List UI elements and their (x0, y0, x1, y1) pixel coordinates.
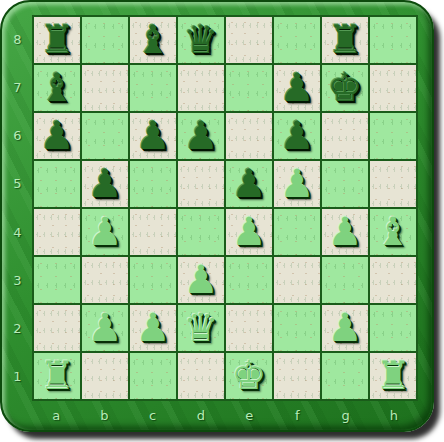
piece-black-pawn[interactable]: ♟ (88, 161, 123, 207)
square-e2[interactable] (226, 305, 272, 351)
square-b3[interactable] (82, 257, 128, 303)
square-b8[interactable] (82, 17, 128, 63)
square-d6[interactable]: ♟ (178, 113, 224, 159)
piece-white-rook[interactable]: ♜ (40, 353, 75, 399)
square-b1[interactable] (82, 353, 128, 399)
square-f1[interactable] (274, 353, 320, 399)
square-d3[interactable]: ♟ (178, 257, 224, 303)
piece-black-pawn[interactable]: ♟ (40, 113, 75, 159)
piece-black-king[interactable]: ♚ (328, 65, 363, 111)
rank-label-8: 8 (3, 15, 32, 63)
square-e7[interactable] (226, 65, 272, 111)
piece-black-rook[interactable]: ♜ (328, 17, 363, 63)
file-labels: abcdefgh (32, 402, 418, 428)
piece-white-king[interactable]: ♚ (232, 353, 267, 399)
piece-white-rook[interactable]: ♜ (376, 353, 411, 399)
square-h6[interactable] (370, 113, 416, 159)
square-h5[interactable] (370, 161, 416, 207)
square-c2[interactable]: ♟ (130, 305, 176, 351)
square-f4[interactable] (274, 209, 320, 255)
rank-label-4: 4 (3, 208, 32, 256)
rank-label-6: 6 (3, 112, 32, 160)
piece-white-bishop[interactable]: ♝ (376, 209, 411, 255)
piece-white-pawn[interactable]: ♟ (88, 305, 123, 351)
piece-white-queen[interactable]: ♛ (184, 305, 219, 351)
file-label-c: c (129, 402, 177, 428)
square-a6[interactable]: ♟ (34, 113, 80, 159)
piece-white-pawn[interactable]: ♟ (88, 209, 123, 255)
square-b6[interactable] (82, 113, 128, 159)
square-a1[interactable]: ♜ (34, 353, 80, 399)
square-c5[interactable] (130, 161, 176, 207)
square-d7[interactable] (178, 65, 224, 111)
square-d2[interactable]: ♛ (178, 305, 224, 351)
rank-labels: 87654321 (3, 15, 32, 401)
square-e8[interactable] (226, 17, 272, 63)
file-label-d: d (177, 402, 225, 428)
square-c8[interactable]: ♝ (130, 17, 176, 63)
square-h7[interactable] (370, 65, 416, 111)
square-g7[interactable]: ♚ (322, 65, 368, 111)
square-g2[interactable]: ♟ (322, 305, 368, 351)
square-h1[interactable]: ♜ (370, 353, 416, 399)
square-h4[interactable]: ♝ (370, 209, 416, 255)
square-c7[interactable] (130, 65, 176, 111)
square-g8[interactable]: ♜ (322, 17, 368, 63)
rank-label-5: 5 (3, 160, 32, 208)
square-a5[interactable] (34, 161, 80, 207)
square-f5[interactable]: ♟ (274, 161, 320, 207)
square-f6[interactable]: ♟ (274, 113, 320, 159)
piece-white-pawn[interactable]: ♟ (328, 209, 363, 255)
piece-white-pawn[interactable]: ♟ (184, 257, 219, 303)
file-label-a: a (32, 402, 80, 428)
file-label-g: g (322, 402, 370, 428)
piece-white-pawn[interactable]: ♟ (280, 161, 315, 207)
rank-label-3: 3 (3, 256, 32, 304)
rank-label-7: 7 (3, 63, 32, 111)
square-g6[interactable] (322, 113, 368, 159)
square-d8[interactable]: ♛ (178, 17, 224, 63)
square-h2[interactable] (370, 305, 416, 351)
file-label-f: f (273, 402, 321, 428)
square-f3[interactable] (274, 257, 320, 303)
rank-label-1: 1 (3, 353, 32, 401)
rank-label-2: 2 (3, 305, 32, 353)
square-a8[interactable]: ♜ (34, 17, 80, 63)
square-a3[interactable] (34, 257, 80, 303)
square-g1[interactable] (322, 353, 368, 399)
square-g5[interactable] (322, 161, 368, 207)
piece-white-pawn[interactable]: ♟ (136, 305, 171, 351)
square-b2[interactable]: ♟ (82, 305, 128, 351)
square-c1[interactable] (130, 353, 176, 399)
square-e6[interactable] (226, 113, 272, 159)
square-f8[interactable] (274, 17, 320, 63)
square-a7[interactable]: ♝ (34, 65, 80, 111)
square-h3[interactable] (370, 257, 416, 303)
square-b5[interactable]: ♟ (82, 161, 128, 207)
square-d1[interactable] (178, 353, 224, 399)
piece-black-pawn[interactable]: ♟ (280, 113, 315, 159)
square-e5[interactable]: ♟ (226, 161, 272, 207)
piece-black-bishop[interactable]: ♝ (136, 17, 171, 63)
square-f7[interactable]: ♟ (274, 65, 320, 111)
square-b4[interactable]: ♟ (82, 209, 128, 255)
square-c6[interactable]: ♟ (130, 113, 176, 159)
square-g3[interactable] (322, 257, 368, 303)
square-g4[interactable]: ♟ (322, 209, 368, 255)
square-e1[interactable]: ♚ (226, 353, 272, 399)
square-d5[interactable] (178, 161, 224, 207)
square-d4[interactable] (178, 209, 224, 255)
square-a2[interactable] (34, 305, 80, 351)
piece-black-pawn[interactable]: ♟ (136, 113, 171, 159)
square-f2[interactable] (274, 305, 320, 351)
file-label-h: h (370, 402, 418, 428)
square-b7[interactable] (82, 65, 128, 111)
piece-white-pawn[interactable]: ♟ (232, 209, 267, 255)
piece-black-queen[interactable]: ♛ (184, 17, 219, 63)
piece-black-pawn[interactable]: ♟ (232, 161, 267, 207)
file-label-b: b (80, 402, 128, 428)
square-c4[interactable] (130, 209, 176, 255)
piece-black-pawn[interactable]: ♟ (280, 65, 315, 111)
piece-white-pawn[interactable]: ♟ (328, 305, 363, 351)
square-c3[interactable] (130, 257, 176, 303)
piece-black-bishop[interactable]: ♝ (40, 65, 75, 111)
piece-black-pawn[interactable]: ♟ (184, 113, 219, 159)
file-label-e: e (225, 402, 273, 428)
square-a4[interactable] (34, 209, 80, 255)
board-grid: ♜♝♛♜♝♟♚♟♟♟♟♟♟♟♟♟♟♝♟♟♟♛♟♜♚♜ (32, 15, 418, 401)
square-e4[interactable]: ♟ (226, 209, 272, 255)
square-h8[interactable] (370, 17, 416, 63)
piece-black-rook[interactable]: ♜ (40, 17, 75, 63)
square-e3[interactable] (226, 257, 272, 303)
